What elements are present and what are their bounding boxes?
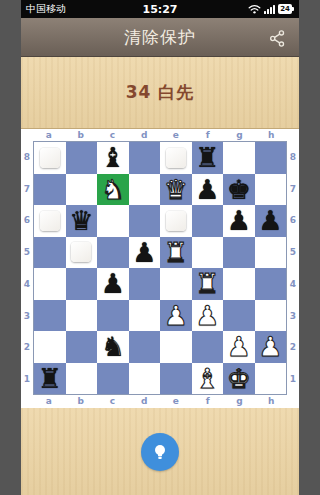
square-f1[interactable]: ♝ xyxy=(192,363,224,395)
rank-labels-right: 87654321 xyxy=(287,141,299,395)
black-pawn: ♟ xyxy=(258,207,282,234)
file-labels-top: abcdefgh xyxy=(21,128,299,141)
puzzle-subtitle: 34 白先 xyxy=(126,81,195,104)
hint-marker-e6 xyxy=(166,211,186,231)
subtitle-area: 34 白先 xyxy=(21,57,299,128)
header: 清除保护 xyxy=(21,18,299,57)
white-pawn: ♟ xyxy=(258,333,282,360)
file-label-e: e xyxy=(160,129,192,141)
file-label-g: g xyxy=(224,395,256,408)
square-c5[interactable] xyxy=(97,237,129,269)
square-d7[interactable] xyxy=(129,174,161,206)
square-f4[interactable]: ♜ xyxy=(192,268,224,300)
file-label-g: g xyxy=(224,129,256,141)
white-king: ♚ xyxy=(227,365,251,392)
square-g7[interactable]: ♚ xyxy=(223,174,255,206)
square-a3[interactable] xyxy=(34,300,66,332)
square-h1[interactable] xyxy=(255,363,287,395)
file-label-h: h xyxy=(255,129,287,141)
rank-label-7: 7 xyxy=(287,173,299,205)
file-label-b: b xyxy=(65,395,97,408)
square-c8[interactable]: ♝ xyxy=(97,142,129,174)
square-d6[interactable] xyxy=(129,205,161,237)
square-c1[interactable] xyxy=(97,363,129,395)
wifi-icon xyxy=(248,4,261,14)
square-h4[interactable] xyxy=(255,268,287,300)
white-knight: ♞ xyxy=(101,176,125,203)
black-bishop: ♝ xyxy=(101,144,125,171)
file-label-b: b xyxy=(65,129,97,141)
black-rook: ♜ xyxy=(38,365,62,392)
square-e4[interactable] xyxy=(160,268,192,300)
status-bar: 中国移动 15:27 24 xyxy=(21,0,299,18)
square-b5[interactable] xyxy=(66,237,98,269)
square-a4[interactable] xyxy=(34,268,66,300)
square-a5[interactable] xyxy=(34,237,66,269)
hint-marker-a6 xyxy=(40,211,60,231)
square-d8[interactable] xyxy=(129,142,161,174)
file-label-a: a xyxy=(33,129,65,141)
hint-button[interactable] xyxy=(141,433,179,471)
rank-label-2: 2 xyxy=(21,332,33,364)
rank-label-4: 4 xyxy=(287,268,299,300)
hint-marker-e8 xyxy=(166,148,186,168)
square-c6[interactable] xyxy=(97,205,129,237)
square-f2[interactable] xyxy=(192,331,224,363)
black-pawn: ♟ xyxy=(132,239,156,266)
square-b4[interactable] xyxy=(66,268,98,300)
file-label-a: a xyxy=(33,395,65,408)
square-d3[interactable] xyxy=(129,300,161,332)
square-d5[interactable]: ♟ xyxy=(129,237,161,269)
file-label-h: h xyxy=(255,395,287,408)
square-g8[interactable] xyxy=(223,142,255,174)
rank-label-8: 8 xyxy=(21,141,33,173)
square-c4[interactable]: ♟ xyxy=(97,268,129,300)
rank-label-5: 5 xyxy=(21,236,33,268)
square-g4[interactable] xyxy=(223,268,255,300)
square-b6[interactable]: ♛ xyxy=(66,205,98,237)
square-h2[interactable]: ♟ xyxy=(255,331,287,363)
square-f7[interactable]: ♟ xyxy=(192,174,224,206)
white-queen: ♛ xyxy=(164,176,188,203)
square-e3[interactable]: ♟ xyxy=(160,300,192,332)
hint-marker-b5 xyxy=(71,242,91,262)
square-c7[interactable]: ♞ xyxy=(97,174,129,206)
square-d2[interactable] xyxy=(129,331,161,363)
square-h3[interactable] xyxy=(255,300,287,332)
square-e2[interactable] xyxy=(160,331,192,363)
file-label-c: c xyxy=(97,129,129,141)
black-rook: ♜ xyxy=(195,144,219,171)
square-g6[interactable]: ♟ xyxy=(223,205,255,237)
share-button[interactable] xyxy=(265,26,289,50)
white-pawn: ♟ xyxy=(164,302,188,329)
white-bishop: ♝ xyxy=(195,365,219,392)
square-g1[interactable]: ♚ xyxy=(223,363,255,395)
square-e8[interactable] xyxy=(160,142,192,174)
black-knight: ♞ xyxy=(101,333,125,360)
hint-marker-a8 xyxy=(40,148,60,168)
square-h6[interactable]: ♟ xyxy=(255,205,287,237)
file-label-e: e xyxy=(160,395,192,408)
battery-icon: 24 xyxy=(278,4,292,14)
black-pawn: ♟ xyxy=(101,270,125,297)
square-f3[interactable]: ♟ xyxy=(192,300,224,332)
square-b3[interactable] xyxy=(66,300,98,332)
square-h8[interactable] xyxy=(255,142,287,174)
square-g3[interactable] xyxy=(223,300,255,332)
bottom-bar xyxy=(21,408,299,495)
page-title: 清除保护 xyxy=(124,26,196,49)
square-a1[interactable]: ♜ xyxy=(34,363,66,395)
white-rook: ♜ xyxy=(195,270,219,297)
square-a2[interactable] xyxy=(34,331,66,363)
share-icon xyxy=(268,29,287,48)
square-f6[interactable] xyxy=(192,205,224,237)
lightbulb-icon xyxy=(152,444,168,461)
rank-label-3: 3 xyxy=(21,300,33,332)
file-label-f: f xyxy=(192,395,224,408)
square-d1[interactable] xyxy=(129,363,161,395)
rank-label-3: 3 xyxy=(287,300,299,332)
file-label-d: d xyxy=(128,129,160,141)
square-g2[interactable]: ♟ xyxy=(223,331,255,363)
black-pawn: ♟ xyxy=(195,176,219,203)
square-h5[interactable] xyxy=(255,237,287,269)
square-b1[interactable] xyxy=(66,363,98,395)
rank-labels-left: 87654321 xyxy=(21,141,33,395)
square-e1[interactable] xyxy=(160,363,192,395)
black-king: ♚ xyxy=(227,176,251,203)
file-label-c: c xyxy=(97,395,129,408)
square-f8[interactable]: ♜ xyxy=(192,142,224,174)
black-queen: ♛ xyxy=(69,207,93,234)
square-a8[interactable] xyxy=(34,142,66,174)
app-screen: 中国移动 15:27 24 清除保护 xyxy=(21,0,299,495)
rank-label-7: 7 xyxy=(21,173,33,205)
square-d4[interactable] xyxy=(129,268,161,300)
chess-board: ♝♜♞♛♟♚♛♟♟♟♜♟♜♟♟♞♟♟♜♝♚ xyxy=(33,141,287,395)
rank-label-1: 1 xyxy=(21,363,33,395)
square-b2[interactable] xyxy=(66,331,98,363)
white-pawn: ♟ xyxy=(227,333,251,360)
file-label-f: f xyxy=(192,129,224,141)
square-g5[interactable] xyxy=(223,237,255,269)
square-b8[interactable] xyxy=(66,142,98,174)
square-f5[interactable] xyxy=(192,237,224,269)
rank-label-4: 4 xyxy=(21,268,33,300)
square-h7[interactable] xyxy=(255,174,287,206)
square-e6[interactable] xyxy=(160,205,192,237)
file-labels-bottom: abcdefgh xyxy=(21,395,299,408)
rank-label-6: 6 xyxy=(287,205,299,237)
file-label-d: d xyxy=(128,395,160,408)
white-rook: ♜ xyxy=(164,239,188,266)
signal-bars-icon xyxy=(264,4,275,14)
square-b7[interactable] xyxy=(66,174,98,206)
square-c3[interactable] xyxy=(97,300,129,332)
square-a6[interactable] xyxy=(34,205,66,237)
rank-label-1: 1 xyxy=(287,363,299,395)
square-e7[interactable]: ♛ xyxy=(160,174,192,206)
rank-label-2: 2 xyxy=(287,332,299,364)
white-pawn: ♟ xyxy=(195,302,219,329)
square-a7[interactable] xyxy=(34,174,66,206)
square-e5[interactable]: ♜ xyxy=(160,237,192,269)
rank-label-5: 5 xyxy=(287,236,299,268)
black-pawn: ♟ xyxy=(227,207,251,234)
square-c2[interactable]: ♞ xyxy=(97,331,129,363)
rank-label-8: 8 xyxy=(287,141,299,173)
rank-label-6: 6 xyxy=(21,205,33,237)
